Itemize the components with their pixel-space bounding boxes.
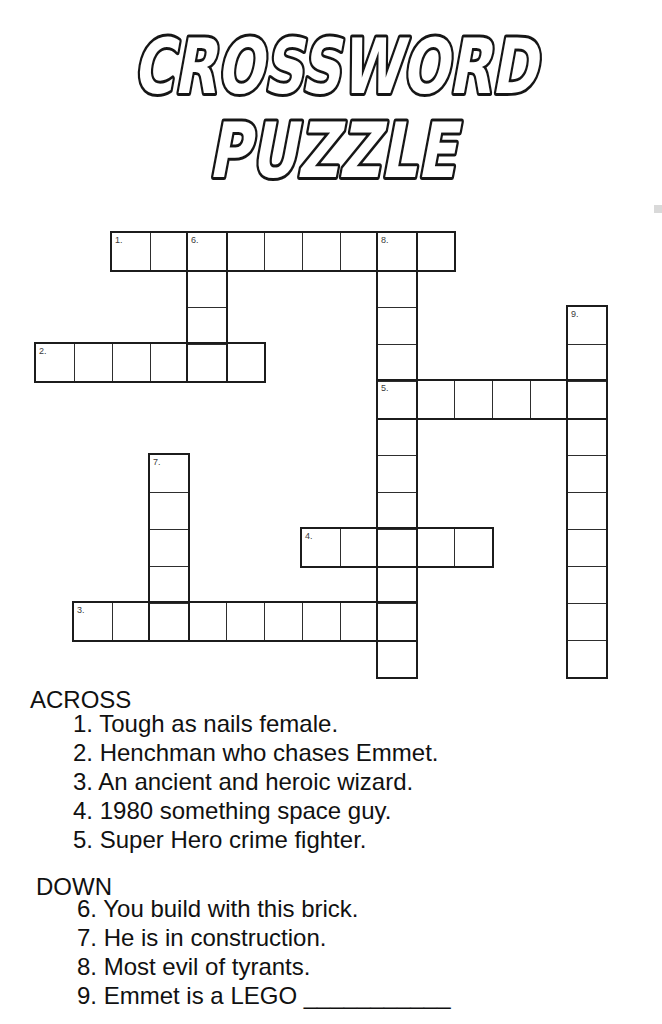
crossword-cell[interactable] — [188, 307, 226, 344]
word-run-2-across — [36, 344, 264, 381]
crossword-cell[interactable] — [568, 603, 606, 640]
crossword-grid: 1.6.8.2.9.5.7.4.3. — [0, 0, 662, 700]
crossword-cell[interactable] — [568, 344, 606, 381]
crossword-cell[interactable] — [302, 603, 340, 640]
crossword-cell[interactable] — [378, 418, 416, 455]
crossword-cell[interactable] — [74, 344, 112, 381]
crossword-cell[interactable] — [150, 233, 188, 270]
crossword-cell[interactable] — [302, 529, 340, 566]
clue-item-9: 9. Emmet is a LEGO ___________ — [77, 981, 451, 1010]
clue-item-1: 1. Tough as nails female. — [73, 709, 439, 738]
crossword-cell[interactable] — [150, 344, 188, 381]
crossword-cell[interactable] — [340, 233, 378, 270]
word-run-3-across — [74, 603, 416, 640]
crossword-cell[interactable] — [264, 233, 302, 270]
clue-item-6: 6. You build with this brick. — [77, 894, 451, 923]
scan-artifact — [654, 205, 662, 213]
word-run-6-down — [188, 233, 226, 381]
crossword-cell[interactable] — [568, 418, 606, 455]
crossword-cell[interactable] — [378, 640, 416, 677]
crossword-cell[interactable] — [150, 455, 188, 492]
across-clue-list: 1. Tough as nails female.2. Henchman who… — [73, 709, 439, 854]
crossword-cell[interactable] — [150, 566, 188, 603]
crossword-cell[interactable] — [36, 344, 74, 381]
crossword-cell[interactable] — [378, 344, 416, 381]
crossword-cell[interactable] — [378, 455, 416, 492]
crossword-cell[interactable] — [492, 381, 530, 418]
crossword-cell[interactable] — [112, 344, 150, 381]
crossword-cell[interactable] — [568, 640, 606, 677]
word-run-8-down — [378, 233, 416, 677]
crossword-cell[interactable] — [188, 603, 226, 640]
crossword-cell[interactable] — [454, 529, 492, 566]
crossword-cell[interactable] — [226, 233, 264, 270]
crossword-cell[interactable] — [568, 566, 606, 603]
crossword-cell[interactable] — [340, 603, 378, 640]
crossword-cell[interactable] — [568, 307, 606, 344]
crossword-cell[interactable] — [150, 603, 188, 640]
clue-item-2: 2. Henchman who chases Emmet. — [73, 738, 439, 767]
crossword-cell[interactable] — [378, 603, 416, 640]
clue-item-7: 7. He is in construction. — [77, 923, 451, 952]
clue-item-3: 3. An ancient and heroic wizard. — [73, 767, 439, 796]
crossword-cell[interactable] — [226, 344, 264, 381]
crossword-cell[interactable] — [378, 492, 416, 529]
crossword-cell[interactable] — [568, 455, 606, 492]
crossword-cell[interactable] — [74, 603, 112, 640]
crossword-cell[interactable] — [378, 307, 416, 344]
crossword-cell[interactable] — [568, 529, 606, 566]
crossword-cell[interactable] — [188, 270, 226, 307]
crossword-cell[interactable] — [340, 529, 378, 566]
crossword-cell[interactable] — [568, 492, 606, 529]
crossword-cell[interactable] — [454, 381, 492, 418]
clue-item-4: 4. 1980 something space guy. — [73, 796, 439, 825]
crossword-worksheet: CROSSWORD PUZZLE 1.6.8.2.9.5.7.4.3. ACRO… — [0, 0, 662, 1024]
crossword-cell[interactable] — [378, 381, 416, 418]
crossword-cell[interactable] — [112, 603, 150, 640]
crossword-cell[interactable] — [378, 529, 416, 566]
crossword-cell[interactable] — [264, 603, 302, 640]
crossword-cell[interactable] — [378, 270, 416, 307]
crossword-cell[interactable] — [416, 381, 454, 418]
crossword-cell[interactable] — [188, 233, 226, 270]
crossword-cell[interactable] — [416, 529, 454, 566]
crossword-cell[interactable] — [378, 566, 416, 603]
clue-item-8: 8. Most evil of tyrants. — [77, 952, 451, 981]
down-clue-list: 6. You build with this brick.7. He is in… — [77, 894, 451, 1010]
crossword-cell[interactable] — [530, 381, 568, 418]
crossword-cell[interactable] — [112, 233, 150, 270]
word-run-9-down — [568, 307, 606, 677]
crossword-cell[interactable] — [226, 603, 264, 640]
crossword-cell[interactable] — [378, 233, 416, 270]
crossword-cell[interactable] — [568, 381, 606, 418]
crossword-cell[interactable] — [150, 529, 188, 566]
word-run-7-down — [150, 455, 188, 640]
crossword-cell[interactable] — [302, 233, 340, 270]
crossword-cell[interactable] — [150, 492, 188, 529]
clue-item-5: 5. Super Hero crime fighter. — [73, 825, 439, 854]
crossword-cell[interactable] — [188, 344, 226, 381]
crossword-cell[interactable] — [416, 233, 454, 270]
